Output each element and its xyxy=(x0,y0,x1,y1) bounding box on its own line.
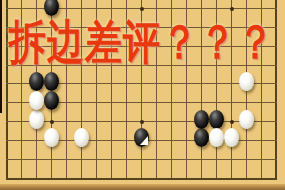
star-point xyxy=(140,7,144,11)
stone-white-D3 xyxy=(44,128,59,147)
stone-white-Q3 xyxy=(224,128,239,147)
stone-black-D6 xyxy=(44,72,59,91)
star-point xyxy=(230,120,234,124)
stone-black-D5 xyxy=(44,91,59,110)
stone-black-O3 xyxy=(194,128,209,147)
stone-black-C6 xyxy=(29,72,44,91)
stone-black-K3 xyxy=(134,128,149,147)
grid-line-horizontal xyxy=(6,178,277,180)
stone-white-R4 xyxy=(239,110,254,129)
stone-black-O4 xyxy=(194,110,209,129)
stone-black-D10 xyxy=(44,0,59,16)
stone-white-F3 xyxy=(74,128,89,147)
frame-left-sliver xyxy=(0,0,2,113)
star-point xyxy=(230,7,234,11)
stone-white-P3 xyxy=(209,128,224,147)
stone-white-R6 xyxy=(239,72,254,91)
stone-white-C4 xyxy=(29,110,44,129)
last-move-triangle-marker xyxy=(140,136,148,145)
caption-overlay: 拆边差评？？？ xyxy=(9,19,275,66)
stone-black-P4 xyxy=(209,110,224,129)
grid-line-horizontal xyxy=(6,159,277,160)
board-front-edge xyxy=(0,184,285,190)
star-point xyxy=(50,120,54,124)
star-point xyxy=(140,120,144,124)
video-frame: 拆边差评？？？ xyxy=(0,0,285,190)
stone-white-C5 xyxy=(29,91,44,110)
